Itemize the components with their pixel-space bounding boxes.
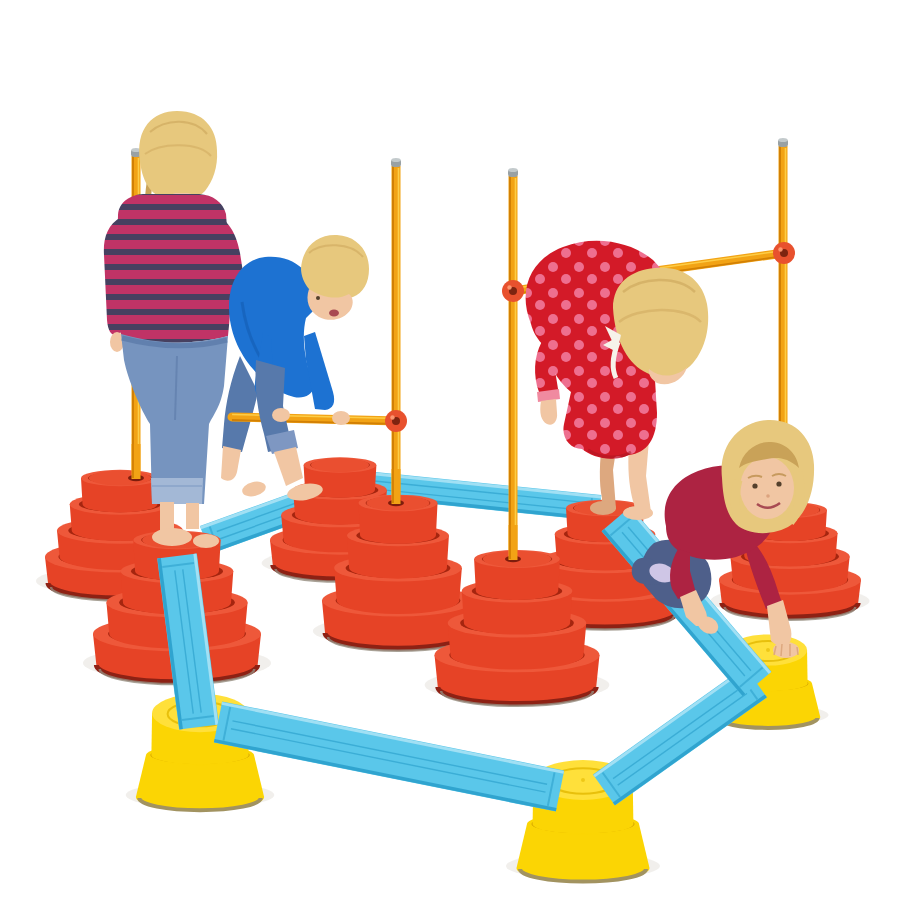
striped-girl-left-arm [104, 217, 127, 335]
crawl-girl-eye [752, 483, 757, 488]
dress-girl-hand [540, 399, 557, 425]
clip-high-right [773, 242, 795, 264]
pole-middle [508, 168, 518, 561]
crawl-girl-face [740, 457, 794, 519]
boy-mouth [329, 310, 339, 317]
boy-back-foot [241, 479, 268, 498]
child-dress-girl [526, 241, 709, 520]
dress-girl-foot [623, 506, 653, 520]
striped-girl-hair [139, 111, 217, 201]
boy-eye [316, 296, 320, 300]
clip-low [385, 410, 407, 432]
scene-svg: Product photo: four toddlers playing on … [0, 0, 900, 900]
product-photo: Product photo: four toddlers playing on … [0, 0, 900, 900]
crawl-girl-nose [766, 494, 770, 498]
low-crossbar [232, 415, 399, 424]
dress-girl-foot [590, 501, 616, 515]
striped-girl-foot [152, 528, 192, 546]
boy-hand [272, 408, 290, 422]
boy-hand [332, 411, 350, 425]
pole-mid-left [391, 158, 401, 505]
striped-girl-cuffs [151, 478, 203, 504]
crawl-girl-far-hand [773, 642, 799, 658]
striped-girl-foot [193, 534, 219, 548]
low-crossbar-layer [232, 410, 407, 432]
crawl-girl-eye [776, 481, 781, 486]
boy-left-arm [304, 332, 334, 410]
clip-high-left [502, 280, 524, 302]
